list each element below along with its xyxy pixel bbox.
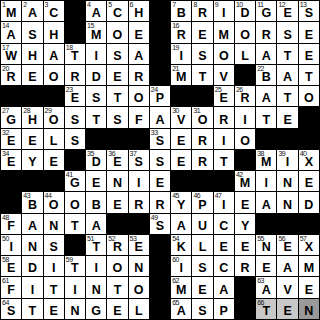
grid-cell[interactable]: 9I <box>214 1 234 21</box>
cell-letter: R <box>129 199 149 212</box>
grid-cell[interactable]: E <box>44 150 64 170</box>
grid-cell[interactable]: 14A <box>1 22 21 42</box>
grid-cell[interactable]: I <box>22 277 42 297</box>
cell-letter: E <box>129 241 149 254</box>
cell-letter: W <box>1 50 21 63</box>
grid-cell[interactable]: U <box>192 214 212 234</box>
cell-letter: T <box>65 262 85 275</box>
block-cell <box>299 214 319 234</box>
grid-cell[interactable]: O <box>107 256 127 276</box>
grid-cell[interactable]: L <box>44 129 64 149</box>
cell-letter: O <box>107 262 127 275</box>
cell-letter: N <box>44 220 64 233</box>
block-cell <box>129 214 149 234</box>
grid-cell[interactable]: 15M <box>86 22 106 42</box>
cell-letter: M <box>214 29 234 42</box>
grid-cell[interactable]: 25E <box>214 86 234 106</box>
cell-letter: R <box>1 71 21 84</box>
block-cell <box>277 129 297 149</box>
cell-letter: E <box>107 71 127 84</box>
grid-cell[interactable]: 30V <box>171 107 191 127</box>
cell-letter: A <box>1 29 21 42</box>
grid-cell[interactable]: 41G <box>65 171 85 191</box>
cell-letter: E <box>86 177 106 190</box>
grid-cell[interactable]: 64S <box>1 299 21 319</box>
grid-cell[interactable]: A <box>256 86 276 106</box>
grid-cell[interactable]: E <box>86 171 106 191</box>
grid-cell[interactable]: 43B <box>22 192 42 212</box>
grid-cell[interactable]: N <box>129 256 149 276</box>
grid-cell[interactable]: 57X <box>299 235 319 255</box>
grid-cell[interactable]: Y <box>22 150 42 170</box>
grid-cell[interactable]: C <box>214 214 234 234</box>
crossword-grid: 1M2A3C4A5C6H7B8R9I10D11G12E13S14ASH15MOE… <box>0 0 320 320</box>
grid-cell[interactable]: O <box>235 22 255 42</box>
grid-cell[interactable]: 7B <box>171 1 191 21</box>
grid-cell[interactable]: 16R <box>171 22 191 42</box>
grid-cell[interactable]: 60I <box>171 256 191 276</box>
grid-cell[interactable]: E <box>150 171 170 191</box>
grid-cell[interactable]: 42M <box>235 171 255 191</box>
cell-letter: E <box>1 135 21 148</box>
cell-letter: E <box>277 7 297 20</box>
grid-cell[interactable]: 19I <box>171 44 191 64</box>
cell-letter: I <box>171 50 191 63</box>
grid-cell[interactable]: O <box>44 65 64 85</box>
grid-cell[interactable]: F <box>129 107 149 127</box>
grid-cell[interactable]: S <box>192 299 212 319</box>
grid-cell[interactable]: N <box>22 235 42 255</box>
grid-cell[interactable]: 26R <box>235 86 255 106</box>
grid-cell[interactable]: A <box>277 256 297 276</box>
grid-cell[interactable]: N <box>299 299 319 319</box>
cell-letter: E <box>150 177 170 190</box>
cell-letter: I <box>277 156 297 169</box>
grid-cell[interactable]: R <box>129 65 149 85</box>
grid-cell[interactable]: R <box>235 256 255 276</box>
cell-letter: S <box>150 156 170 169</box>
grid-cell[interactable]: E <box>44 299 64 319</box>
cell-letter: A <box>86 7 106 20</box>
grid-cell[interactable]: 13S <box>299 1 319 21</box>
cell-letter: R <box>150 199 170 212</box>
cell-letter: S <box>150 220 170 233</box>
grid-cell[interactable]: A <box>256 44 276 64</box>
block-cell <box>299 107 319 127</box>
cell-letter: S <box>65 135 85 148</box>
grid-cell[interactable]: S <box>277 22 297 42</box>
grid-cell[interactable]: 22B <box>256 65 276 85</box>
grid-cell[interactable]: 55N <box>256 235 276 255</box>
grid-cell[interactable]: 61F <box>1 277 21 297</box>
grid-cell[interactable]: O <box>129 277 149 297</box>
grid-cell[interactable]: 63A <box>256 277 276 297</box>
grid-cell[interactable]: 50I <box>1 235 21 255</box>
grid-cell[interactable]: N <box>44 214 64 234</box>
grid-cell[interactable]: E <box>129 22 149 42</box>
cell-letter: I <box>256 177 276 190</box>
cell-letter: I <box>86 50 106 63</box>
block-cell <box>171 86 191 106</box>
cell-letter: M <box>235 177 255 190</box>
cell-letter: O <box>44 71 64 84</box>
grid-cell[interactable]: 1M <box>1 1 21 21</box>
grid-cell[interactable]: 66T <box>256 299 276 319</box>
grid-cell[interactable]: E <box>277 299 297 319</box>
grid-cell[interactable]: E <box>299 44 319 64</box>
grid-cell[interactable]: R <box>150 192 170 212</box>
cell-letter: I <box>214 199 234 212</box>
cell-letter: E <box>107 199 127 212</box>
cell-letter: E <box>192 284 212 297</box>
grid-cell[interactable]: O <box>107 22 127 42</box>
cell-letter: T <box>107 92 127 105</box>
cell-letter: R <box>235 262 255 275</box>
grid-cell[interactable]: N <box>277 171 297 191</box>
block-cell <box>1 86 21 106</box>
grid-cell[interactable]: T <box>107 277 127 297</box>
cell-letter: B <box>256 71 276 84</box>
grid-cell[interactable]: H <box>44 22 64 42</box>
cell-letter: S <box>192 305 212 318</box>
grid-cell[interactable]: E <box>214 235 234 255</box>
grid-cell[interactable]: 17W <box>1 44 21 64</box>
grid-cell[interactable]: 27G <box>1 107 21 127</box>
grid-cell[interactable]: N <box>86 277 106 297</box>
cell-letter: A <box>256 284 276 297</box>
cell-letter: O <box>214 50 234 63</box>
grid-cell[interactable]: N <box>107 171 127 191</box>
grid-cell[interactable]: 37S <box>129 150 149 170</box>
grid-cell[interactable]: 65A <box>171 299 191 319</box>
grid-cell[interactable]: 33S <box>150 129 170 149</box>
cell-letter: E <box>171 135 191 148</box>
cell-letter: M <box>86 29 106 42</box>
cell-letter: Y <box>22 156 42 169</box>
cell-letter: T <box>44 284 64 297</box>
grid-cell[interactable]: 20R <box>1 65 21 85</box>
cell-letter: F <box>1 284 21 297</box>
cell-letter: O <box>129 92 149 105</box>
cell-letter: D <box>22 262 42 275</box>
block-cell <box>1 192 21 212</box>
cell-letter: Y <box>171 199 191 212</box>
block-cell <box>235 150 255 170</box>
grid-cell[interactable]: D <box>86 65 106 85</box>
grid-cell[interactable]: E <box>192 277 212 297</box>
grid-cell[interactable]: I <box>86 44 106 64</box>
grid-cell[interactable]: 46P <box>192 192 212 212</box>
grid-cell[interactable]: A <box>86 214 106 234</box>
grid-cell[interactable]: 24P <box>150 86 170 106</box>
cell-letter: A <box>22 220 42 233</box>
grid-cell[interactable]: 32E <box>1 129 21 149</box>
grid-cell[interactable]: C <box>214 256 234 276</box>
grid-cell[interactable]: 53E <box>129 235 149 255</box>
grid-cell[interactable]: T <box>86 107 106 127</box>
cell-letter: U <box>192 220 212 233</box>
grid-cell[interactable]: 21M <box>171 65 191 85</box>
block-cell <box>86 129 106 149</box>
grid-cell[interactable]: T <box>277 86 297 106</box>
grid-cell[interactable]: E <box>277 107 297 127</box>
cell-letter: N <box>86 284 106 297</box>
grid-cell[interactable]: D <box>299 192 319 212</box>
grid-cell[interactable]: 34E <box>1 150 21 170</box>
cell-letter: E <box>44 305 64 318</box>
block-cell <box>129 129 149 149</box>
grid-cell[interactable]: L <box>235 44 255 64</box>
grid-cell[interactable]: A <box>277 65 297 85</box>
cell-letter: H <box>44 29 64 42</box>
cell-letter: R <box>214 114 234 127</box>
cell-letter: E <box>214 241 234 254</box>
grid-cell[interactable]: A <box>129 44 149 64</box>
cell-letter: T <box>256 114 276 127</box>
cell-letter: A <box>171 305 191 318</box>
cell-letter: L <box>129 305 149 318</box>
grid-cell[interactable]: 39I <box>277 150 297 170</box>
grid-cell[interactable]: T <box>256 107 276 127</box>
grid-cell[interactable]: 6H <box>129 1 149 21</box>
grid-cell[interactable]: S <box>44 235 64 255</box>
grid-cell[interactable]: 23E <box>65 86 85 106</box>
grid-cell[interactable]: T <box>192 65 212 85</box>
block-cell <box>65 1 85 21</box>
grid-cell[interactable]: E <box>107 299 127 319</box>
cell-letter: I <box>235 114 255 127</box>
cell-letter: I <box>129 177 149 190</box>
cell-letter: A <box>277 262 297 275</box>
grid-cell[interactable]: V <box>277 277 297 297</box>
grid-cell[interactable]: S <box>65 129 85 149</box>
cell-letter: E <box>256 262 276 275</box>
grid-cell[interactable]: 3C <box>44 1 64 21</box>
grid-cell[interactable]: P <box>214 299 234 319</box>
cell-letter: G <box>1 114 21 127</box>
grid-cell[interactable]: I <box>129 171 149 191</box>
cell-letter: D <box>86 156 106 169</box>
grid-cell[interactable]: 31O <box>192 107 212 127</box>
grid-cell[interactable]: S <box>86 86 106 106</box>
grid-cell[interactable]: Y <box>235 214 255 234</box>
grid-cell[interactable]: E <box>235 235 255 255</box>
cell-letter: G <box>86 305 106 318</box>
cell-letter: R <box>65 71 85 84</box>
cell-letter: T <box>86 114 106 127</box>
grid-cell[interactable]: T <box>214 150 234 170</box>
cell-letter: N <box>129 262 149 275</box>
grid-cell[interactable]: 10D <box>235 1 255 21</box>
cell-letter: T <box>192 71 212 84</box>
grid-cell[interactable]: B <box>86 192 106 212</box>
grid-cell[interactable]: T <box>44 277 64 297</box>
cell-letter: A <box>86 220 106 233</box>
grid-cell[interactable]: E <box>192 22 212 42</box>
grid-cell[interactable]: O <box>214 44 234 64</box>
grid-cell[interactable]: E <box>107 65 127 85</box>
grid-cell[interactable]: I <box>235 107 255 127</box>
grid-cell[interactable]: 59T <box>65 256 85 276</box>
grid-cell[interactable]: R <box>65 65 85 85</box>
grid-cell[interactable]: 54K <box>171 235 191 255</box>
grid-cell[interactable]: E <box>107 192 127 212</box>
grid-cell[interactable]: S <box>192 44 212 64</box>
grid-cell[interactable]: E <box>299 171 319 191</box>
cell-letter: E <box>1 156 21 169</box>
cell-letter: E <box>299 50 319 63</box>
grid-cell[interactable]: R <box>256 22 276 42</box>
cell-letter: C <box>214 220 234 233</box>
grid-cell[interactable]: E <box>235 192 255 212</box>
grid-cell[interactable]: M <box>214 22 234 42</box>
grid-cell[interactable]: 11G <box>256 1 276 21</box>
grid-cell[interactable]: I <box>214 129 234 149</box>
grid-cell[interactable]: E <box>171 150 191 170</box>
grid-cell[interactable]: 58E <box>1 256 21 276</box>
grid-cell[interactable]: A <box>256 192 276 212</box>
grid-cell[interactable]: A <box>214 277 234 297</box>
grid-cell[interactable]: 49S <box>150 214 170 234</box>
grid-cell[interactable]: S <box>192 256 212 276</box>
grid-cell[interactable]: D <box>22 256 42 276</box>
grid-cell[interactable]: 12E <box>277 1 297 21</box>
block-cell <box>22 171 42 191</box>
grid-cell[interactable]: L <box>192 235 212 255</box>
grid-cell[interactable]: N <box>277 192 297 212</box>
grid-cell[interactable]: 56E <box>277 235 297 255</box>
grid-cell[interactable]: E <box>171 129 191 149</box>
grid-cell[interactable]: 29O <box>44 107 64 127</box>
cell-letter: G <box>65 177 85 190</box>
grid-cell[interactable]: S <box>150 150 170 170</box>
grid-cell[interactable]: R <box>129 192 149 212</box>
grid-cell[interactable]: V <box>214 65 234 85</box>
grid-cell[interactable]: S <box>22 22 42 42</box>
cell-letter: T <box>86 241 106 254</box>
grid-cell[interactable]: 36E <box>107 150 127 170</box>
cell-letter: O <box>44 114 64 127</box>
cell-letter: T <box>65 220 85 233</box>
cell-letter: N <box>22 241 42 254</box>
grid-cell[interactable]: E <box>256 256 276 276</box>
grid-cell[interactable]: E <box>299 22 319 42</box>
grid-cell[interactable]: 18T <box>65 44 85 64</box>
block-cell <box>150 299 170 319</box>
grid-cell[interactable]: 44O <box>44 192 64 212</box>
cell-letter: E <box>277 305 297 318</box>
grid-cell[interactable]: A <box>22 214 42 234</box>
grid-cell[interactable]: T <box>277 44 297 64</box>
grid-cell[interactable]: 47I <box>214 192 234 212</box>
grid-cell[interactable]: M <box>299 256 319 276</box>
cell-letter: A <box>171 220 191 233</box>
cell-letter: R <box>129 71 149 84</box>
grid-cell[interactable]: 5C <box>107 1 127 21</box>
block-cell <box>65 22 85 42</box>
cell-letter: T <box>277 92 297 105</box>
cell-letter: M <box>299 262 319 275</box>
cell-letter: E <box>65 92 85 105</box>
grid-cell[interactable]: T <box>65 214 85 234</box>
cell-letter: A <box>44 50 64 63</box>
grid-cell[interactable]: O <box>129 86 149 106</box>
cell-letter: S <box>1 305 21 318</box>
grid-cell[interactable]: O <box>299 86 319 106</box>
grid-cell[interactable]: A <box>150 107 170 127</box>
cell-letter: O <box>107 29 127 42</box>
grid-cell[interactable]: S <box>107 107 127 127</box>
grid-cell[interactable]: E <box>22 65 42 85</box>
grid-cell[interactable]: I <box>65 277 85 297</box>
cell-letter: I <box>22 284 42 297</box>
grid-cell[interactable]: 4A <box>86 1 106 21</box>
cell-letter: T <box>214 156 234 169</box>
cell-letter: C <box>44 7 64 20</box>
cell-letter: S <box>22 29 42 42</box>
cell-letter: R <box>171 29 191 42</box>
grid-cell[interactable]: G <box>86 299 106 319</box>
grid-cell[interactable]: I <box>256 171 276 191</box>
grid-cell[interactable]: I <box>86 256 106 276</box>
cell-letter: S <box>107 114 127 127</box>
grid-cell[interactable]: R <box>192 150 212 170</box>
cell-letter: T <box>65 50 85 63</box>
grid-cell[interactable]: 62M <box>171 277 191 297</box>
cell-letter: T <box>299 71 319 84</box>
grid-cell[interactable]: T <box>299 65 319 85</box>
grid-cell[interactable]: R <box>192 129 212 149</box>
grid-cell[interactable]: 35D <box>86 150 106 170</box>
cell-letter: O <box>65 199 85 212</box>
cell-letter: M <box>256 156 276 169</box>
grid-cell[interactable]: A <box>44 44 64 64</box>
grid-cell[interactable]: 8R <box>192 1 212 21</box>
grid-cell[interactable]: O <box>65 192 85 212</box>
block-cell <box>171 171 191 191</box>
grid-cell[interactable]: E <box>299 277 319 297</box>
grid-cell[interactable]: 38M <box>256 150 276 170</box>
grid-cell[interactable]: H <box>22 44 42 64</box>
grid-cell[interactable]: S <box>65 107 85 127</box>
grid-cell[interactable]: 52R <box>107 235 127 255</box>
grid-cell[interactable]: E <box>22 129 42 149</box>
cell-letter: M <box>171 284 191 297</box>
cell-letter: N <box>277 177 297 190</box>
grid-cell[interactable]: T <box>22 299 42 319</box>
grid-cell[interactable]: A <box>171 214 191 234</box>
grid-cell[interactable]: 45Y <box>171 192 191 212</box>
cell-letter: S <box>150 135 170 148</box>
cell-letter: E <box>235 241 255 254</box>
grid-cell[interactable]: 2A <box>22 1 42 21</box>
grid-cell[interactable]: 28H <box>22 107 42 127</box>
grid-cell[interactable]: T <box>107 86 127 106</box>
grid-cell[interactable]: 48F <box>1 214 21 234</box>
block-cell <box>150 65 170 85</box>
cell-letter: T <box>256 305 276 318</box>
grid-cell[interactable]: I <box>44 256 64 276</box>
cell-letter: E <box>299 177 319 190</box>
grid-cell[interactable]: L <box>129 299 149 319</box>
grid-cell[interactable]: N <box>65 299 85 319</box>
grid-cell[interactable]: S <box>107 44 127 64</box>
grid-cell[interactable]: 40X <box>299 150 319 170</box>
grid-cell[interactable]: R <box>214 107 234 127</box>
cell-letter: O <box>44 199 64 212</box>
grid-cell[interactable]: O <box>235 129 255 149</box>
grid-cell[interactable]: 51T <box>86 235 106 255</box>
